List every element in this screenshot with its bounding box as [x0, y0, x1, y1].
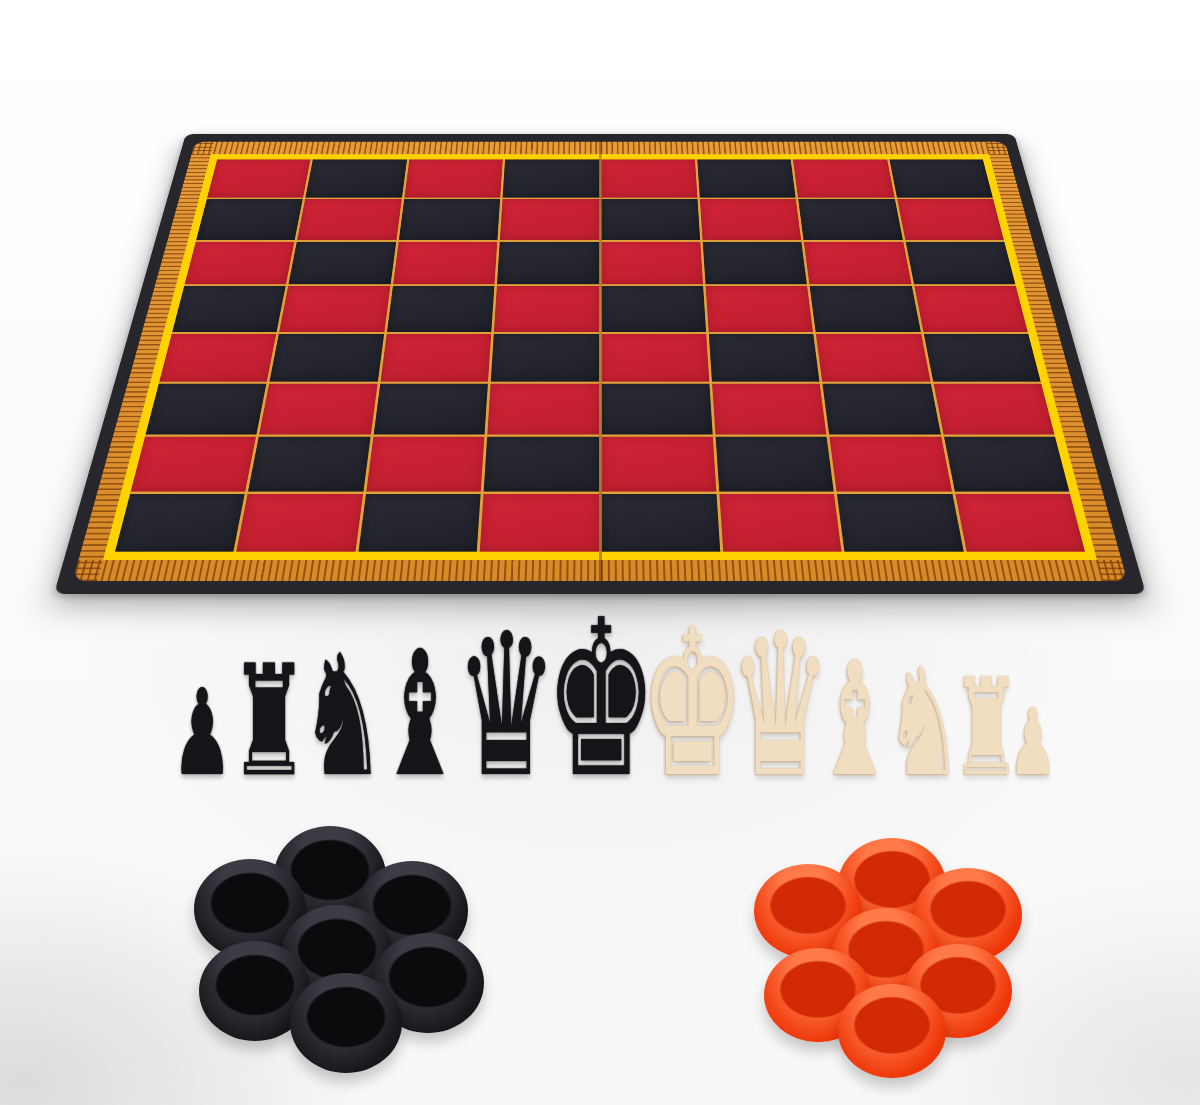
square-f8 — [697, 159, 796, 197]
square-e6 — [601, 242, 703, 285]
square-b6 — [289, 242, 396, 285]
square-b7 — [297, 199, 401, 239]
square-e2 — [601, 437, 716, 491]
white-rook: ♜ — [952, 661, 984, 795]
square-c2 — [366, 437, 484, 491]
square-h6 — [905, 242, 1015, 285]
white-bishop: ♝ — [814, 640, 852, 798]
square-a1 — [115, 494, 245, 552]
square-f7 — [700, 199, 801, 239]
square-f5 — [706, 286, 814, 331]
square-h1 — [955, 494, 1085, 552]
square-b4 — [270, 333, 384, 381]
square-g1 — [837, 494, 963, 552]
square-h5 — [914, 286, 1028, 331]
black-knight: ♞ — [299, 633, 339, 800]
square-c4 — [380, 333, 491, 381]
square-g2 — [830, 437, 952, 491]
square-d6 — [497, 242, 599, 285]
square-g5 — [810, 286, 921, 331]
square-h2 — [944, 437, 1070, 491]
black-checker-disc — [290, 973, 402, 1073]
square-g4 — [816, 333, 930, 381]
square-a2 — [131, 437, 257, 491]
square-d7 — [500, 199, 599, 239]
square-c7 — [399, 199, 500, 239]
black-queen: ♛ — [455, 607, 503, 804]
black-pawn: ♟ — [171, 674, 199, 793]
square-c3 — [373, 384, 488, 435]
square-e8 — [601, 159, 697, 197]
square-e4 — [601, 333, 709, 381]
square-h8 — [889, 159, 993, 197]
square-a5 — [172, 286, 286, 331]
square-h3 — [933, 384, 1054, 435]
square-h7 — [897, 199, 1004, 239]
square-c6 — [393, 242, 497, 285]
square-a7 — [196, 199, 303, 239]
square-e1 — [601, 494, 720, 552]
white-queen: ♛ — [729, 607, 777, 804]
square-d8 — [503, 159, 599, 197]
square-c8 — [404, 159, 503, 197]
white-pawn: ♟ — [1009, 697, 1031, 789]
square-h4 — [923, 333, 1040, 381]
square-d3 — [487, 384, 598, 435]
black-king: ♚ — [545, 592, 597, 808]
chess-pieces-row: ♟♜♞♝♛♚♚♛♝♞♜♟ — [0, 592, 1200, 792]
square-e3 — [601, 384, 712, 435]
board-outer-rim — [54, 134, 1146, 594]
square-b1 — [237, 494, 363, 552]
square-d4 — [491, 333, 599, 381]
square-g8 — [793, 159, 894, 197]
board-fold-line — [599, 139, 602, 585]
square-a4 — [159, 333, 276, 381]
square-a6 — [185, 242, 295, 285]
square-d1 — [480, 494, 599, 552]
black-checkers-cluster — [185, 823, 505, 1103]
square-c1 — [358, 494, 481, 552]
square-a8 — [207, 159, 311, 197]
square-e5 — [601, 286, 706, 331]
square-g6 — [804, 242, 911, 285]
square-f6 — [703, 242, 807, 285]
square-d5 — [494, 286, 599, 331]
square-b5 — [280, 286, 391, 331]
square-f4 — [709, 333, 820, 381]
square-g3 — [823, 384, 941, 435]
square-f1 — [719, 494, 842, 552]
white-knight: ♞ — [885, 648, 921, 797]
red-checker-disc — [838, 984, 946, 1078]
product-photo-scene: ♟♜♞♝♛♚♚♛♝♞♜♟ — [0, 0, 1200, 1105]
square-a3 — [145, 384, 266, 435]
square-e7 — [601, 199, 700, 239]
square-c5 — [387, 286, 495, 331]
white-king: ♚ — [640, 603, 689, 806]
red-checkers-cluster — [752, 838, 1072, 1105]
checkerboard — [54, 134, 1146, 594]
square-f2 — [715, 437, 833, 491]
square-b2 — [248, 437, 370, 491]
black-rook: ♜ — [229, 645, 266, 798]
square-b8 — [306, 159, 407, 197]
square-g7 — [798, 199, 902, 239]
square-b3 — [259, 384, 377, 435]
square-f3 — [712, 384, 827, 435]
black-bishop: ♝ — [375, 628, 417, 801]
square-d2 — [484, 437, 599, 491]
